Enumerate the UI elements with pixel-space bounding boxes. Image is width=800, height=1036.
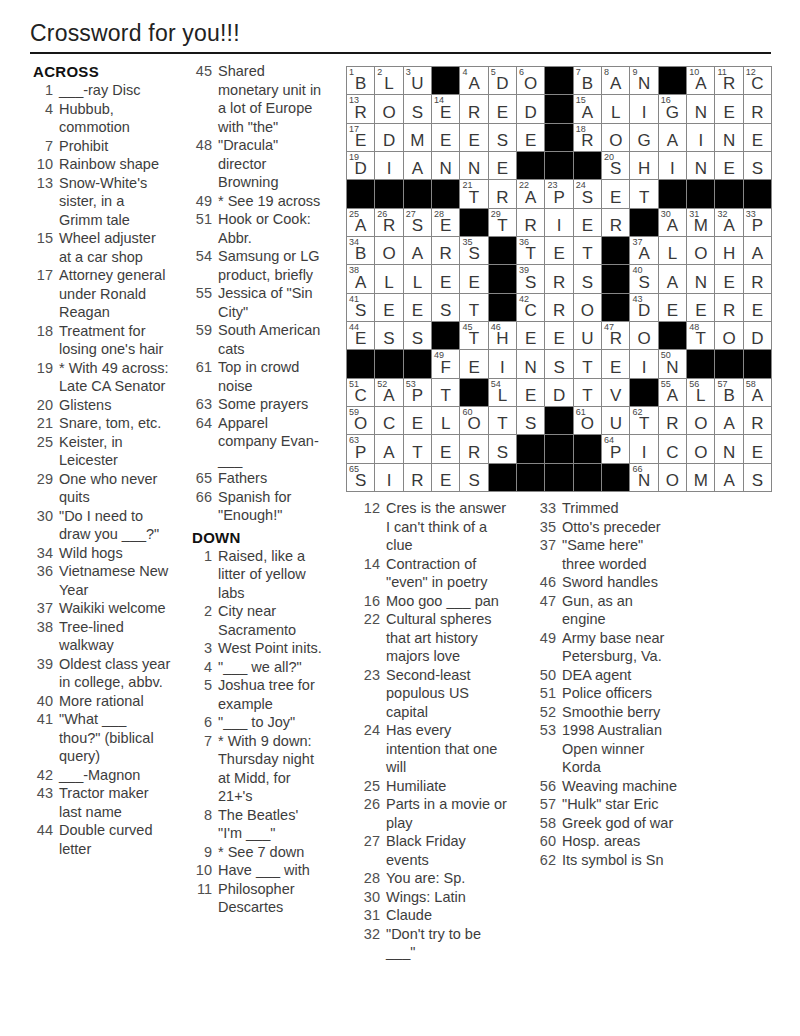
down-clue-32: 32"Don't try to be ___" [356,925,530,962]
cell-letter: T [404,444,431,461]
cell-r8c1: 38A [347,265,375,293]
cell-letter: U [404,75,431,92]
clue-text: Keister, in Leicester [59,433,171,470]
cell-r10c1: 44E [347,322,375,350]
clue-number: 11 [192,880,212,899]
cell-r8c14: E [715,265,743,293]
clue-number: 31 [356,906,380,925]
cell-letter: S [574,274,601,291]
cell-r10c14: O [715,322,743,350]
clue-text: The Beatles' "I'm ___" [218,806,326,843]
cell-r9c3: E [404,294,432,322]
block-r7c10 [602,237,630,265]
cell-r8c5: E [460,265,488,293]
block-r12c5 [460,379,488,407]
cell-r14c10: 64P [602,435,630,463]
cell-letter: P [744,217,771,234]
cell-letter: S [432,302,459,319]
down-clue-8: 8The Beatles' "I'm ___" [192,806,342,843]
cell-letter: T [630,189,657,206]
cell-r12c8: D [545,379,573,407]
cell-r11c12: 50N [659,350,687,378]
cell-letter: A [715,472,742,489]
cell-r13c9: 61O [574,407,602,435]
clue-number: 60 [532,832,556,851]
cell-r4c3: A [404,152,432,180]
down-clue-16: 16Moo goo ___ pan [356,592,530,611]
cell-letter: L [659,245,686,262]
cell-letter: D [545,387,572,404]
clue-number: 41 [33,710,53,729]
cell-r1c9: 7B [574,67,602,95]
cell-letter: L [404,274,431,291]
cell-r15c2: I [375,464,403,492]
block-r8c6 [489,265,517,293]
cell-letter: N [687,274,714,291]
cell-letter: A [347,217,374,234]
block-r10c4 [432,322,460,350]
cell-r3c1: 17E [347,124,375,152]
down-clue-11: 11Philosopher Descartes [192,880,342,917]
across-clue-20: 20Glistens [33,396,187,415]
cell-letter: R [517,217,544,234]
cell-letter: A [347,274,374,291]
clue-text: Army base near Petersburg, Va. [562,629,678,666]
block-r5c15 [744,180,772,208]
cell-letter: E [404,302,431,319]
cell-r14c3: T [404,435,432,463]
clue-number: 33 [532,499,556,518]
cell-r5c5: 21T [460,180,488,208]
clue-number: 57 [532,795,556,814]
clue-text: Shared monetary unit in a lot of Europe … [218,62,326,136]
across-header: ACROSS [33,62,187,81]
cell-letter: O [574,302,601,319]
cell-letter: E [545,330,572,347]
clue-text: "___ to Joy" [218,713,326,732]
cell-r13c6: T [489,407,517,435]
clue-number: 66 [192,488,212,507]
block-r11c1 [347,350,375,378]
cell-r12c14: 57B [715,379,743,407]
down-clue-49: 49Army base near Petersburg, Va. [532,629,702,666]
across-clue-48: 48"Dracula" director Browning [192,136,342,192]
cell-r6c13: 31M [687,209,715,237]
cell-r4c11: H [630,152,658,180]
clue-number: 10 [33,155,53,174]
clue-number: 22 [356,610,380,629]
cell-r13c15: R [744,407,772,435]
cell-letter: H [715,245,742,262]
cell-letter: D [744,330,771,347]
cell-r8c15: R [744,265,772,293]
down-clue-12: 12Cres is the answer I can't think of a … [356,499,530,555]
cell-letter: R [715,75,742,92]
cell-letter: E [375,302,402,319]
clue-text: Spanish for "Enough!" [218,488,326,525]
clue-text: Contraction of "even" in poetry [386,555,508,592]
across-clue-7: 7Prohibit [33,137,187,156]
cell-letter: A [659,274,686,291]
cell-letter: E [659,302,686,319]
cell-r12c13: 56L [687,379,715,407]
clue-text: Wings: Latin [386,888,508,907]
cell-letter: S [744,472,771,489]
clue-number: 49 [192,192,212,211]
cell-r7c14: H [715,237,743,265]
across-clue-18: 18Treatment for losing one's hair [33,322,187,359]
cell-letter: S [630,274,657,291]
cell-letter: P [602,444,629,461]
down-clue-list-part3: 33Trimmed35Otto's preceder37"Same here" … [532,499,702,869]
down-clue-58: 58Greek god of war [532,814,702,833]
cell-r2c6: E [489,95,517,123]
cell-r7c5: 35S [460,237,488,265]
cell-r7c2: O [375,237,403,265]
block-r13c8 [545,407,573,435]
cell-r6c6: 29T [489,209,517,237]
clue-text: Samsung or LG product, briefly [218,247,326,284]
cell-letter: E [432,444,459,461]
down-clue-28: 28You are: Sp. [356,869,530,888]
across-clue-19: 19* With 49 across: Late CA Senator [33,359,187,396]
clue-text: Treatment for losing one's hair [59,322,171,359]
cell-r2c4: 14E [432,95,460,123]
cell-r1c14: 11R [715,67,743,95]
cell-letter: S [347,302,374,319]
block-r9c10 [602,294,630,322]
cell-letter: P [347,444,374,461]
clue-text: Has every intention that one will [386,721,508,777]
clue-number: 16 [356,592,380,611]
cell-letter: T [460,330,487,347]
cell-r15c1: 65S [347,464,375,492]
across-clue-39: 39Oldest class year in college, abbv. [33,655,187,692]
cell-r1c10: 8A [602,67,630,95]
cell-r12c3: 53P [404,379,432,407]
cell-r6c1: 25A [347,209,375,237]
cell-letter: P [545,189,572,206]
cell-r15c5: S [460,464,488,492]
cell-letter: T [460,302,487,319]
cell-letter: A [375,444,402,461]
across-clue-4: 4Hubbub, commotion [33,100,187,137]
clue-text: Raised, like a litter of yellow labs [218,547,326,603]
clue-number: 54 [192,247,212,266]
cell-r12c1: 51C [347,379,375,407]
cell-letter: E [602,189,629,206]
down-clue-1: 1Raised, like a litter of yellow labs [192,547,342,603]
clue-number: 4 [192,658,212,677]
down-clue-37: 37"Same here" three worded [532,536,702,573]
cell-r14c1: 63P [347,435,375,463]
clue-text: Parts in a movie or play [386,795,508,832]
cell-r2c14: E [715,95,743,123]
down-clue-7: 7* With 9 down: Thursday night at Midd, … [192,732,342,806]
cell-letter: G [659,104,686,121]
cell-r1c1: 1B [347,67,375,95]
cell-r9c13: E [687,294,715,322]
clue-number: 1 [33,81,53,100]
block-r5c13 [687,180,715,208]
crossword-page: { "game": "crossword", "title": "Crosswo… [0,0,800,1036]
across-clue-1: 1___-ray Disc [33,81,187,100]
cell-r11c7: N [517,350,545,378]
clue-number: 64 [192,414,212,433]
cell-r14c6: S [489,435,517,463]
cell-r14c14: N [715,435,743,463]
cell-r3c5: E [460,124,488,152]
clue-number: 53 [532,721,556,740]
down-clue-51: 51Police officers [532,684,702,703]
cell-letter: E [460,274,487,291]
cell-letter: R [744,415,771,432]
cell-letter: R [659,415,686,432]
cell-letter: E [460,132,487,149]
cell-r7c3: A [404,237,432,265]
cell-r10c7: E [517,322,545,350]
down-clue-52: 52Smoothie berry [532,703,702,722]
cell-letter: E [715,104,742,121]
cell-letter: T [574,245,601,262]
cell-r6c15: 33P [744,209,772,237]
cell-r11c10: E [602,350,630,378]
cell-letter: N [659,359,686,376]
cell-r7c12: L [659,237,687,265]
across-clue-21: 21Snare, tom, etc. [33,414,187,433]
cell-r14c2: A [375,435,403,463]
cell-r8c8: R [545,265,573,293]
down-clue-33: 33Trimmed [532,499,702,518]
cell-letter: C [375,415,402,432]
down-clue-56: 56Weaving machine [532,777,702,796]
block-r6c5 [460,209,488,237]
cell-letter: R [489,189,516,206]
clue-text: * With 49 across: Late CA Senator [59,359,171,396]
cell-r12c2: 52A [375,379,403,407]
cell-letter: D [347,160,374,177]
across-clue-64: 64Apparel company Evan-___ [192,414,342,470]
cell-letter: R [545,274,572,291]
cell-letter: S [489,444,516,461]
block-r15c10 [602,464,630,492]
clue-number: 18 [33,322,53,341]
cell-r11c9: T [574,350,602,378]
cell-r8c2: L [375,265,403,293]
cell-r13c11: 62T [630,407,658,435]
cell-r10c5: 45T [460,322,488,350]
cell-letter: T [574,359,601,376]
clue-text: Snow-White's sister, in a Grimm tale [59,174,171,230]
cell-letter: S [489,132,516,149]
cell-letter: A [630,245,657,262]
cell-r2c11: I [630,95,658,123]
block-r1c4 [432,67,460,95]
cell-r10c3: S [404,322,432,350]
cell-letter: U [602,415,629,432]
down-clue-27: 27Black Friday events [356,832,530,869]
across-clue-34: 34Wild hogs [33,544,187,563]
across-clue-49: 49* See 19 across [192,192,342,211]
cell-letter: S [460,472,487,489]
clue-text: DEA agent [562,666,678,685]
cell-r12c9: T [574,379,602,407]
cell-r5c9: 24S [574,180,602,208]
cell-r3c9: 18R [574,124,602,152]
cell-letter: L [489,387,516,404]
across-clue-15: 15Wheel adjuster at a car shop [33,229,187,266]
cell-r12c12: 55A [659,379,687,407]
cell-r13c10: U [602,407,630,435]
cell-letter: C [659,444,686,461]
cell-r9c7: 42C [517,294,545,322]
down-clue-22: 22Cultural spheres that art history majo… [356,610,530,666]
cell-letter: R [375,217,402,234]
cell-r10c9: U [574,322,602,350]
down-clue-5: 5Joshua tree for example [192,676,342,713]
cell-r12c10: V [602,379,630,407]
clue-number: 44 [33,821,53,840]
cell-r1c13: 10A [687,67,715,95]
across-clue-36: 36Vietnamese New Year [33,562,187,599]
cell-letter: V [602,387,629,404]
cell-r8c7: 39S [517,265,545,293]
cell-letter: A [659,132,686,149]
cell-r7c8: E [545,237,573,265]
block-r2c8 [545,95,573,123]
cell-letter: C [517,302,544,319]
cell-letter: D [630,302,657,319]
clue-number: 30 [356,888,380,907]
cell-letter: N [715,132,742,149]
cell-r2c15: R [744,95,772,123]
cell-r3c3: M [404,124,432,152]
clue-text: Waikiki welcome [59,599,171,618]
across-clue-list-part1: 1___-ray Disc4Hubbub, commotion7Prohibit… [33,81,187,858]
cell-letter: O [375,104,402,121]
block-r10c12 [659,322,687,350]
cell-letter: R [715,302,742,319]
clue-text: West Point inits. [218,639,326,658]
cell-letter: I [545,217,572,234]
cell-r1c3: 3U [404,67,432,95]
clue-text: Gun, as an engine [562,592,678,629]
cell-r13c2: C [375,407,403,435]
clue-text: Tractor maker last name [59,784,171,821]
across-clue-42: 42___-Magnon [33,766,187,785]
clue-text: Wild hogs [59,544,171,563]
cell-letter: E [517,330,544,347]
block-r7c6 [489,237,517,265]
cell-r13c4: L [432,407,460,435]
clue-text: Greek god of war [562,814,678,833]
clue-text: Claude [386,906,508,925]
cell-letter: N [687,104,714,121]
cell-r4c12: I [659,152,687,180]
down-clue-24: 24Has every intention that one will [356,721,530,777]
cell-r1c6: 5D [489,67,517,95]
down-clue-4: 4"___ we all?" [192,658,342,677]
clue-number: 6 [192,713,212,732]
clue-text: Top in crowd noise [218,358,326,395]
clue-number: 14 [356,555,380,574]
cell-letter: E [744,132,771,149]
cell-letter: A [687,75,714,92]
cell-r2c1: 13R [347,95,375,123]
cell-r14c5: R [460,435,488,463]
clue-number: 17 [33,266,53,285]
block-r14c7 [517,435,545,463]
cell-letter: E [432,217,459,234]
clue-text: Second-least populous US capital [386,666,508,722]
block-r15c6 [489,464,517,492]
down-clue-2: 2City near Sacramento [192,602,342,639]
clue-number: 43 [33,784,53,803]
cell-letter: E [432,132,459,149]
cell-r6c9: E [574,209,602,237]
clue-number: 24 [356,721,380,740]
clue-text: Prohibit [59,137,171,156]
cell-r5c6: R [489,180,517,208]
cell-r14c12: C [659,435,687,463]
clue-number: 28 [356,869,380,888]
cell-letter: N [432,160,459,177]
across-clue-63: 63Some prayers [192,395,342,414]
down-clue-list-part2: 12Cres is the answer I can't think of a … [356,499,530,962]
cell-letter: E [715,274,742,291]
cell-r6c8: I [545,209,573,237]
cell-r9c4: S [432,294,460,322]
cell-r3c6: S [489,124,517,152]
cell-letter: I [375,472,402,489]
cell-letter: E [715,160,742,177]
across-clue-65: 65Fathers [192,469,342,488]
block-r4c9 [574,152,602,180]
clue-text: ___-ray Disc [59,81,171,100]
clue-text: Rainbow shape [59,155,171,174]
down-clue-50: 50DEA agent [532,666,702,685]
across-clue-54: 54Samsung or LG product, briefly [192,247,342,284]
cell-r1c15: 12C [744,67,772,95]
block-r1c12 [659,67,687,95]
cell-r3c4: E [432,124,460,152]
cell-letter: E [687,302,714,319]
cell-letter: A [659,217,686,234]
crossword-grid: 1B2L3U4A5D6O7B8A9N10A11R12C13ROS14ERED15… [346,66,772,492]
across-clue-66: 66Spanish for "Enough!" [192,488,342,525]
clue-text: Have ___ with [218,861,326,880]
cell-r9c12: E [659,294,687,322]
clue-text: * See 19 across [218,192,326,211]
cell-r2c13: N [687,95,715,123]
cell-letter: M [687,472,714,489]
cell-letter: A [744,387,771,404]
across-clue-45: 45Shared monetary unit in a lot of Europ… [192,62,342,136]
clue-number: 7 [33,137,53,156]
down-clue-31: 31Claude [356,906,530,925]
cell-r11c11: I [630,350,658,378]
cell-r11c5: E [460,350,488,378]
cell-letter: O [687,444,714,461]
cell-r7c13: O [687,237,715,265]
across-clue-13: 13Snow-White's sister, in a Grimm tale [33,174,187,230]
cell-r4c1: 19D [347,152,375,180]
cell-r11c8: S [545,350,573,378]
cell-r15c12: O [659,464,687,492]
clue-text: Oldest class year in college, abbv. [59,655,171,692]
cell-r8c4: E [432,265,460,293]
clue-text: Cultural spheres that art history majors… [386,610,508,666]
